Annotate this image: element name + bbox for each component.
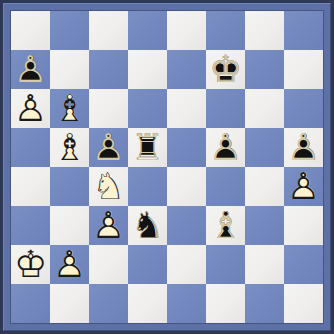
square-e3[interactable]	[167, 206, 206, 245]
square-b3[interactable]	[50, 206, 89, 245]
square-e4[interactable]	[167, 167, 206, 206]
black-pawn-outline: ♙	[206, 128, 245, 167]
white-king-outline: ♔	[11, 245, 50, 284]
square-d3[interactable]: ♞♘	[128, 206, 167, 245]
square-h8[interactable]	[284, 11, 323, 50]
white-bishop-fill: ♝	[50, 89, 89, 128]
square-e2[interactable]	[167, 245, 206, 284]
black-knight-outline: ♘	[128, 206, 167, 245]
square-h3[interactable]	[284, 206, 323, 245]
square-b1[interactable]	[50, 284, 89, 323]
square-d8[interactable]	[128, 11, 167, 50]
square-f2[interactable]	[206, 245, 245, 284]
square-c1[interactable]	[89, 284, 128, 323]
square-c4[interactable]: ♞♘	[89, 167, 128, 206]
square-c8[interactable]	[89, 11, 128, 50]
white-pawn-outline: ♙	[11, 89, 50, 128]
square-c2[interactable]	[89, 245, 128, 284]
square-f3[interactable]: ♝♗	[206, 206, 245, 245]
black-pawn-outline: ♙	[89, 128, 128, 167]
square-g2[interactable]	[245, 245, 284, 284]
square-e5[interactable]	[167, 128, 206, 167]
square-d5[interactable]: ♜♖	[128, 128, 167, 167]
black-pawn-fill: ♟	[206, 128, 245, 167]
white-pawn[interactable]: ♟♙	[284, 167, 323, 206]
square-f4[interactable]	[206, 167, 245, 206]
square-d6[interactable]	[128, 89, 167, 128]
black-king[interactable]: ♚♔	[206, 50, 245, 89]
square-g1[interactable]	[245, 284, 284, 323]
black-pawn-fill: ♟	[11, 50, 50, 89]
square-h4[interactable]: ♟♙	[284, 167, 323, 206]
square-a5[interactable]	[11, 128, 50, 167]
square-g4[interactable]	[245, 167, 284, 206]
white-pawn[interactable]: ♟♙	[11, 89, 50, 128]
black-pawn-fill: ♟	[89, 128, 128, 167]
black-pawn[interactable]: ♟♙	[206, 128, 245, 167]
board-border: ♟♙♚♔♟♙♝♗♝♗♟♙♜♖♟♙♟♙♞♘♟♙♟♙♞♘♝♗♚♔♟♙	[3, 3, 331, 331]
square-g6[interactable]	[245, 89, 284, 128]
black-rook[interactable]: ♜♖	[128, 128, 167, 167]
square-a1[interactable]	[11, 284, 50, 323]
white-bishop-fill: ♝	[50, 128, 89, 167]
white-knight-fill: ♞	[89, 167, 128, 206]
square-b5[interactable]: ♝♗	[50, 128, 89, 167]
black-pawn[interactable]: ♟♙	[89, 128, 128, 167]
square-f5[interactable]: ♟♙	[206, 128, 245, 167]
square-d2[interactable]	[128, 245, 167, 284]
white-pawn[interactable]: ♟♙	[89, 206, 128, 245]
chess-board: ♟♙♚♔♟♙♝♗♝♗♟♙♜♖♟♙♟♙♞♘♟♙♟♙♞♘♝♗♚♔♟♙	[11, 11, 323, 323]
white-bishop-outline: ♗	[50, 89, 89, 128]
white-bishop-outline: ♗	[50, 128, 89, 167]
square-a6[interactable]: ♟♙	[11, 89, 50, 128]
square-b2[interactable]: ♟♙	[50, 245, 89, 284]
black-pawn[interactable]: ♟♙	[11, 50, 50, 89]
square-c6[interactable]	[89, 89, 128, 128]
square-g5[interactable]	[245, 128, 284, 167]
board-frame: ♟♙♚♔♟♙♝♗♝♗♟♙♜♖♟♙♟♙♞♘♟♙♟♙♞♘♝♗♚♔♟♙	[0, 0, 334, 334]
white-pawn-outline: ♙	[50, 245, 89, 284]
white-pawn-outline: ♙	[284, 167, 323, 206]
black-pawn-outline: ♙	[11, 50, 50, 89]
square-h5[interactable]: ♟♙	[284, 128, 323, 167]
white-knight-outline: ♘	[89, 167, 128, 206]
square-c5[interactable]: ♟♙	[89, 128, 128, 167]
white-pawn-fill: ♟	[50, 245, 89, 284]
black-bishop-outline: ♗	[206, 206, 245, 245]
square-b6[interactable]: ♝♗	[50, 89, 89, 128]
black-knight-fill: ♞	[128, 206, 167, 245]
square-g3[interactable]	[245, 206, 284, 245]
white-king-fill: ♚	[11, 245, 50, 284]
square-h7[interactable]	[284, 50, 323, 89]
black-pawn-outline: ♙	[284, 128, 323, 167]
square-a3[interactable]	[11, 206, 50, 245]
square-h2[interactable]	[284, 245, 323, 284]
white-bishop[interactable]: ♝♗	[50, 128, 89, 167]
white-pawn-fill: ♟	[11, 89, 50, 128]
white-king[interactable]: ♚♔	[11, 245, 50, 284]
square-d4[interactable]	[128, 167, 167, 206]
white-pawn[interactable]: ♟♙	[50, 245, 89, 284]
square-e7[interactable]	[167, 50, 206, 89]
black-pawn-fill: ♟	[284, 128, 323, 167]
square-a8[interactable]	[11, 11, 50, 50]
square-b4[interactable]	[50, 167, 89, 206]
black-rook-outline: ♖	[128, 128, 167, 167]
white-knight[interactable]: ♞♘	[89, 167, 128, 206]
square-f7[interactable]: ♚♔	[206, 50, 245, 89]
square-e8[interactable]	[167, 11, 206, 50]
square-a4[interactable]	[11, 167, 50, 206]
square-h6[interactable]	[284, 89, 323, 128]
square-d1[interactable]	[128, 284, 167, 323]
square-c3[interactable]: ♟♙	[89, 206, 128, 245]
black-pawn[interactable]: ♟♙	[284, 128, 323, 167]
square-c7[interactable]	[89, 50, 128, 89]
black-rook-fill: ♜	[128, 128, 167, 167]
white-pawn-fill: ♟	[89, 206, 128, 245]
square-d7[interactable]	[128, 50, 167, 89]
white-pawn-fill: ♟	[284, 167, 323, 206]
square-g7[interactable]	[245, 50, 284, 89]
black-bishop[interactable]: ♝♗	[206, 206, 245, 245]
square-f1[interactable]	[206, 284, 245, 323]
square-f8[interactable]	[206, 11, 245, 50]
white-pawn-outline: ♙	[89, 206, 128, 245]
black-king-fill: ♚	[206, 50, 245, 89]
square-a2[interactable]: ♚♔	[11, 245, 50, 284]
black-bishop-fill: ♝	[206, 206, 245, 245]
square-f6[interactable]	[206, 89, 245, 128]
square-a7[interactable]: ♟♙	[11, 50, 50, 89]
square-h1[interactable]	[284, 284, 323, 323]
black-knight[interactable]: ♞♘	[128, 206, 167, 245]
square-g8[interactable]	[245, 11, 284, 50]
square-b7[interactable]	[50, 50, 89, 89]
black-king-outline: ♔	[206, 50, 245, 89]
white-bishop[interactable]: ♝♗	[50, 89, 89, 128]
square-e6[interactable]	[167, 89, 206, 128]
square-e1[interactable]	[167, 284, 206, 323]
square-b8[interactable]	[50, 11, 89, 50]
